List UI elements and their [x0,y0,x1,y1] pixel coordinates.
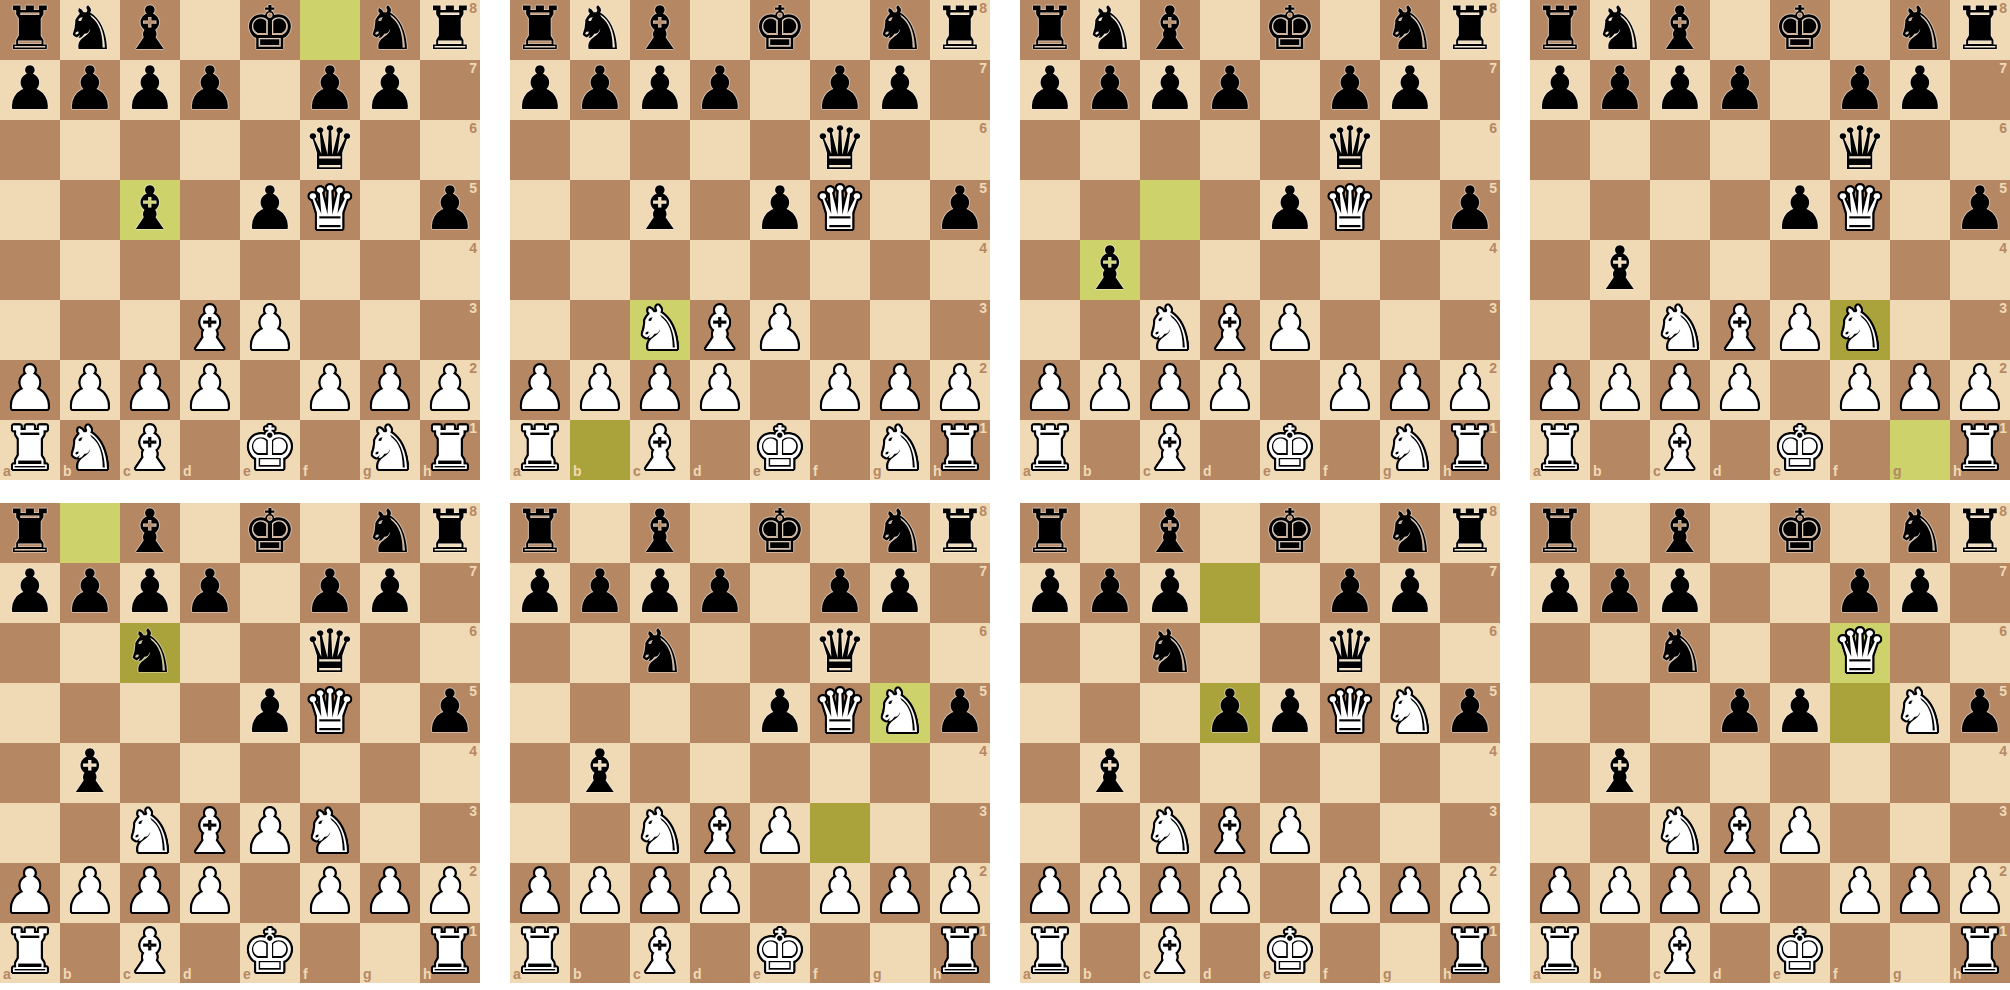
coord-rank-5: 5 [979,181,987,196]
white-pawn-piece: ♟ [813,358,867,418]
black-knight-piece: ♞ [1593,0,1647,58]
white-pawn-piece: ♟ [1203,358,1257,418]
black-rook-piece: ♜ [3,501,57,561]
chess-board-6[interactable]: ♜♝♚♞♜8♟♟♟♟♟♟7♞♛6♟♛♞♟5♝4♞♝♟3♟♟♟♟♟♟♟2♜ab♝c… [510,503,990,983]
coord-rank-1: 1 [979,924,987,939]
coord-file-c: c [1143,464,1151,479]
white-pawn-piece: ♟ [243,298,297,358]
square-b5 [1590,683,1650,743]
square-a8: ♜ [1020,503,1080,563]
square-a3 [1530,803,1590,863]
white-pawn-piece: ♟ [1833,861,1887,921]
square-g1: g [1890,420,1950,480]
square-b6 [60,623,120,683]
square-f6: ♛ [1830,120,1890,180]
black-pawn-piece: ♟ [1773,178,1827,238]
coord-file-f: f [1323,967,1328,982]
coord-file-h: h [1953,464,1962,479]
white-pawn-piece: ♟ [1713,861,1767,921]
square-e8: ♚ [750,503,810,563]
square-a8: ♜ [1530,0,1590,60]
square-a6 [1530,120,1590,180]
square-d1: d [1710,420,1770,480]
white-queen-piece: ♛ [813,178,867,238]
black-pawn-piece: ♟ [1263,178,1317,238]
square-h6: 6 [1950,120,2010,180]
square-f7: ♟ [1830,60,1890,120]
white-pawn-piece: ♟ [1143,358,1197,418]
white-bishop-piece: ♝ [1143,921,1197,981]
square-c1: ♝c [1140,923,1200,983]
black-knight-piece: ♞ [123,621,177,681]
square-b3 [1080,300,1140,360]
square-f8 [1830,503,1890,563]
square-f2: ♟ [1830,360,1890,420]
square-b4: ♝ [1080,240,1140,300]
black-pawn-piece: ♟ [363,58,417,118]
square-c4 [120,743,180,803]
coord-rank-8: 8 [469,504,477,519]
square-a7: ♟ [1530,563,1590,623]
coord-rank-3: 3 [1489,804,1497,819]
square-e6 [240,623,300,683]
chess-board-2[interactable]: ♜♞♝♚♞♜8♟♟♟♟♟♟7♛6♝♟♛♟54♞♝♟3♟♟♟♟♟♟♟2♜ab♝cd… [510,0,990,480]
chess-board-8[interactable]: ♜♝♚♞♜8♟♟♟♟♟7♞♛6♟♟♞♟5♝4♞♝♟3♟♟♟♟♟♟♟2♜ab♝cd… [1530,503,2010,983]
square-e5: ♟ [1260,180,1320,240]
square-e1: ♚e [750,923,810,983]
black-king-piece: ♚ [243,501,297,561]
white-queen-piece: ♛ [1323,178,1377,238]
square-e4 [750,240,810,300]
black-pawn-piece: ♟ [1893,561,1947,621]
white-pawn-piece: ♟ [423,861,477,921]
square-c5 [1650,683,1710,743]
black-queen-piece: ♛ [1323,118,1377,178]
square-a5 [1020,683,1080,743]
black-queen-piece: ♛ [1323,621,1377,681]
black-knight-piece: ♞ [63,0,117,58]
coord-file-d: d [1713,464,1722,479]
coord-file-b: b [1083,464,1092,479]
square-b5 [60,683,120,743]
square-b1: b [570,420,630,480]
square-f1: f [810,923,870,983]
square-e5: ♟ [750,683,810,743]
white-pawn-piece: ♟ [513,861,567,921]
black-pawn-piece: ♟ [1203,58,1257,118]
square-g7: ♟ [1380,60,1440,120]
white-bishop-piece: ♝ [693,801,747,861]
coord-rank-3: 3 [469,804,477,819]
square-f3 [1830,803,1890,863]
square-g8: ♞ [1890,0,1950,60]
square-d1: d [180,923,240,983]
square-c4 [1650,743,1710,803]
square-f3: ♞ [300,803,360,863]
square-e4 [750,743,810,803]
white-rook-piece: ♜ [1443,418,1497,478]
coord-rank-2: 2 [469,864,477,879]
square-h7: 7 [1950,60,2010,120]
chess-board-1[interactable]: ♜♞♝♚♞♜8♟♟♟♟♟♟7♛6♝♟♛♟54♝♟3♟♟♟♟♟♟♟2♜a♞b♝cd… [0,0,480,480]
square-a2: ♟ [1530,863,1590,923]
square-f8 [810,0,870,60]
square-d8 [180,0,240,60]
black-pawn-piece: ♟ [423,178,477,238]
square-h4: 4 [1950,240,2010,300]
coord-rank-4: 4 [979,744,987,759]
square-a8: ♜ [510,503,570,563]
square-d5 [1200,180,1260,240]
square-g3 [870,300,930,360]
square-b5 [570,683,630,743]
square-h3: 3 [420,803,480,863]
square-g5 [360,683,420,743]
square-g7: ♟ [1890,563,1950,623]
white-pawn-piece: ♟ [873,861,927,921]
square-f1: f [810,420,870,480]
black-pawn-piece: ♟ [1593,58,1647,118]
white-knight-piece: ♞ [633,801,687,861]
coord-rank-1: 1 [979,421,987,436]
square-d6 [1710,120,1770,180]
square-h3: 3 [930,300,990,360]
square-f8 [810,503,870,563]
black-pawn-piece: ♟ [423,681,477,741]
square-f3: ♞ [1830,300,1890,360]
square-b5 [1590,180,1650,240]
square-e8: ♚ [240,503,300,563]
square-g2: ♟ [870,863,930,923]
square-d7: ♟ [180,563,240,623]
square-c1: ♝c [1650,420,1710,480]
coord-file-h: h [423,464,432,479]
square-e2 [240,863,300,923]
square-b7: ♟ [60,60,120,120]
square-b3 [1080,803,1140,863]
black-bishop-piece: ♝ [123,501,177,561]
square-e5: ♟ [240,683,300,743]
square-g3 [360,803,420,863]
white-pawn-piece: ♟ [303,861,357,921]
black-pawn-piece: ♟ [933,178,987,238]
black-rook-piece: ♜ [1533,501,1587,561]
square-a1: ♜a [510,923,570,983]
square-b3 [1590,803,1650,863]
black-bishop-piece: ♝ [1593,741,1647,801]
square-f5: ♛ [810,180,870,240]
square-f1: f [1830,923,1890,983]
square-a1: ♜a [1530,420,1590,480]
white-queen-piece: ♛ [303,681,357,741]
square-b2: ♟ [60,360,120,420]
square-e2 [1770,360,1830,420]
square-h1: ♜h1 [930,923,990,983]
square-h5: ♟5 [420,683,480,743]
coord-rank-3: 3 [1489,301,1497,316]
square-g6 [1890,120,1950,180]
square-d6 [1710,623,1770,683]
square-d4 [1710,240,1770,300]
square-f2: ♟ [810,360,870,420]
square-e5: ♟ [1260,683,1320,743]
square-a6 [1020,120,1080,180]
square-d4 [180,240,240,300]
square-d5 [1710,180,1770,240]
square-e6 [1260,120,1320,180]
square-a3 [1020,300,1080,360]
white-rook-piece: ♜ [1533,418,1587,478]
black-rook-piece: ♜ [1443,0,1497,58]
square-f7: ♟ [300,563,360,623]
coord-file-c: c [123,967,131,982]
square-d4 [690,240,750,300]
square-g4 [1890,743,1950,803]
square-c5 [1140,180,1200,240]
square-d2: ♟ [1710,863,1770,923]
white-pawn-piece: ♟ [513,358,567,418]
square-b6 [60,120,120,180]
black-pawn-piece: ♟ [1383,58,1437,118]
coord-rank-8: 8 [1999,504,2007,519]
square-b6 [570,623,630,683]
square-b7: ♟ [1590,563,1650,623]
square-h1: ♜h1 [930,420,990,480]
black-pawn-piece: ♟ [1023,58,1077,118]
coord-file-a: a [513,464,521,479]
coord-rank-8: 8 [1489,504,1497,519]
square-b6 [1080,623,1140,683]
coord-rank-5: 5 [979,684,987,699]
coord-rank-8: 8 [1489,1,1497,16]
white-pawn-piece: ♟ [1143,861,1197,921]
square-e3: ♟ [240,300,300,360]
square-a7: ♟ [0,60,60,120]
coord-file-f: f [1833,464,1838,479]
black-bishop-piece: ♝ [63,741,117,801]
coord-file-e: e [753,464,761,479]
square-a4 [510,743,570,803]
coord-rank-6: 6 [1999,121,2007,136]
square-h6: 6 [420,120,480,180]
black-pawn-piece: ♟ [1533,561,1587,621]
square-e3: ♟ [1770,803,1830,863]
square-f6: ♛ [1830,623,1890,683]
square-a2: ♟ [510,360,570,420]
square-e8: ♚ [240,0,300,60]
square-b3 [60,803,120,863]
square-d2: ♟ [180,360,240,420]
square-b7: ♟ [570,563,630,623]
square-c8: ♝ [1140,503,1200,563]
chess-board-5[interactable]: ♜♝♚♞♜8♟♟♟♟♟♟7♞♛6♟♛♟5♝4♞♝♟♞3♟♟♟♟♟♟♟2♜ab♝c… [0,503,480,983]
square-h4: 4 [930,240,990,300]
white-pawn-piece: ♟ [243,801,297,861]
square-e6 [1260,623,1320,683]
coord-file-b: b [573,464,582,479]
coord-file-g: g [873,967,882,982]
coord-file-g: g [1893,464,1902,479]
white-pawn-piece: ♟ [1953,861,2007,921]
white-pawn-piece: ♟ [423,358,477,418]
white-knight-piece: ♞ [633,298,687,358]
square-d6 [690,623,750,683]
black-pawn-piece: ♟ [633,58,687,118]
black-rook-piece: ♜ [513,501,567,561]
square-d8 [180,503,240,563]
coord-file-a: a [1023,967,1031,982]
square-a3 [1020,803,1080,863]
coord-file-h: h [1953,967,1962,982]
white-pawn-piece: ♟ [573,861,627,921]
white-pawn-piece: ♟ [693,861,747,921]
square-b4 [60,240,120,300]
square-g5: ♞ [1380,683,1440,743]
white-rook-piece: ♜ [1953,418,2007,478]
coord-rank-8: 8 [979,1,987,16]
black-pawn-piece: ♟ [1143,58,1197,118]
chess-board-7[interactable]: ♜♝♚♞♜8♟♟♟♟♟7♞♛6♟♟♛♞♟5♝4♞♝♟3♟♟♟♟♟♟♟2♜ab♝c… [1020,503,1500,983]
square-b3 [1590,300,1650,360]
square-c4 [630,240,690,300]
square-h4: 4 [1950,743,2010,803]
square-b8: ♞ [1590,0,1650,60]
square-c6 [630,120,690,180]
square-c6: ♞ [1140,623,1200,683]
white-pawn-piece: ♟ [1263,298,1317,358]
square-c4 [1140,240,1200,300]
square-f8 [300,0,360,60]
black-pawn-piece: ♟ [1443,178,1497,238]
square-d7: ♟ [690,563,750,623]
white-rook-piece: ♜ [513,921,567,981]
square-e5: ♟ [750,180,810,240]
square-f7: ♟ [300,60,360,120]
black-queen-piece: ♛ [813,621,867,681]
square-g6 [870,623,930,683]
coord-rank-5: 5 [469,684,477,699]
black-pawn-piece: ♟ [1773,681,1827,741]
coord-rank-7: 7 [469,564,477,579]
white-bishop-piece: ♝ [1203,801,1257,861]
white-pawn-piece: ♟ [363,358,417,418]
square-f6: ♛ [1320,120,1380,180]
white-king-piece: ♚ [243,921,297,981]
square-h7: 7 [1950,563,2010,623]
square-f1: f [1320,420,1380,480]
coord-file-h: h [933,967,942,982]
square-a8: ♜ [1530,503,1590,563]
square-a6 [510,623,570,683]
square-a5 [0,683,60,743]
chess-board-4[interactable]: ♜♞♝♚♞♜8♟♟♟♟♟♟7♛6♟♛♟5♝4♞♝♟♞3♟♟♟♟♟♟♟2♜ab♝c… [1530,0,2010,480]
square-a6 [1530,623,1590,683]
coord-file-b: b [573,967,582,982]
coord-rank-5: 5 [1489,684,1497,699]
coord-file-b: b [63,967,72,982]
coord-file-c: c [633,464,641,479]
white-pawn-piece: ♟ [1203,861,1257,921]
square-h2: ♟2 [930,863,990,923]
square-a1: ♜a [1530,923,1590,983]
white-pawn-piece: ♟ [1653,861,1707,921]
square-g6 [870,120,930,180]
square-h8: ♜8 [420,0,480,60]
square-g8: ♞ [1380,0,1440,60]
coord-file-b: b [1083,967,1092,982]
square-h1: ♜h1 [1440,420,1500,480]
square-b2: ♟ [1080,360,1140,420]
square-a5 [1020,180,1080,240]
white-bishop-piece: ♝ [633,418,687,478]
white-rook-piece: ♜ [1443,921,1497,981]
square-g7: ♟ [870,563,930,623]
square-c6: ♞ [1650,623,1710,683]
white-pawn-piece: ♟ [3,861,57,921]
coord-file-e: e [1773,464,1781,479]
coord-rank-1: 1 [1999,924,2007,939]
black-pawn-piece: ♟ [243,681,297,741]
square-h2: ♟2 [1950,360,2010,420]
white-bishop-piece: ♝ [1653,418,1707,478]
square-b6 [1590,120,1650,180]
black-rook-piece: ♜ [1443,501,1497,561]
white-rook-piece: ♜ [1023,418,1077,478]
square-e3: ♟ [750,300,810,360]
square-b4: ♝ [60,743,120,803]
square-c8: ♝ [120,0,180,60]
square-c1: ♝c [630,923,690,983]
black-pawn-piece: ♟ [1323,58,1377,118]
square-f3 [1320,300,1380,360]
white-pawn-piece: ♟ [633,861,687,921]
white-king-piece: ♚ [1263,921,1317,981]
coord-rank-2: 2 [979,361,987,376]
square-d5 [180,180,240,240]
chess-board-3[interactable]: ♜♞♝♚♞♜8♟♟♟♟♟♟7♛6♟♛♟5♝4♞♝♟3♟♟♟♟♟♟♟2♜ab♝cd… [1020,0,1500,480]
square-b4 [570,240,630,300]
square-b1: b [60,923,120,983]
square-g4 [870,743,930,803]
square-h6: 6 [1950,623,2010,683]
square-d7: ♟ [180,60,240,120]
coord-rank-5: 5 [1999,684,2007,699]
coord-file-d: d [183,967,192,982]
square-e2 [750,863,810,923]
coord-file-e: e [243,464,251,479]
square-a5 [1530,683,1590,743]
black-pawn-piece: ♟ [1083,561,1137,621]
black-rook-piece: ♜ [1953,0,2007,58]
square-f5: ♛ [300,180,360,240]
black-pawn-piece: ♟ [243,178,297,238]
square-c5 [1650,180,1710,240]
black-knight-piece: ♞ [363,501,417,561]
black-pawn-piece: ♟ [1023,561,1077,621]
black-king-piece: ♚ [1773,0,1827,58]
black-rook-piece: ♜ [933,501,987,561]
square-g8: ♞ [360,503,420,563]
coord-file-d: d [693,967,702,982]
white-pawn-piece: ♟ [1773,801,1827,861]
white-queen-piece: ♛ [813,681,867,741]
coord-file-c: c [123,464,131,479]
square-c4 [1140,743,1200,803]
white-pawn-piece: ♟ [633,358,687,418]
black-pawn-piece: ♟ [873,58,927,118]
black-pawn-piece: ♟ [693,561,747,621]
square-a5 [510,683,570,743]
